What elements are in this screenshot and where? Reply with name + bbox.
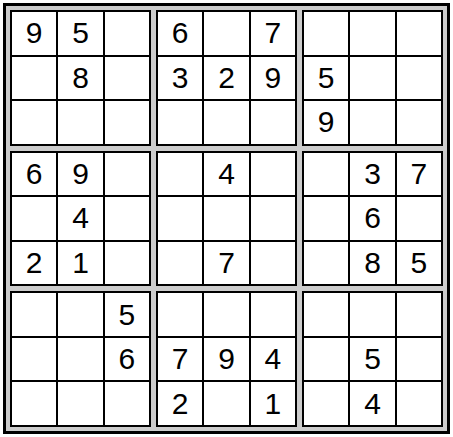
cell-r8c4[interactable]: 7 (158, 338, 202, 381)
cell-value: 5 (364, 344, 381, 374)
cell-r4c1[interactable]: 6 (12, 153, 56, 196)
cell-r6c2[interactable]: 1 (58, 242, 102, 285)
cell-r2c3[interactable] (105, 57, 149, 100)
cell-r7c7[interactable] (304, 293, 348, 336)
cell-r6c3[interactable] (105, 242, 149, 285)
cell-r6c5[interactable]: 7 (204, 242, 248, 285)
cell-value: 9 (72, 159, 89, 189)
cell-r5c3[interactable] (105, 197, 149, 240)
cell-r4c5[interactable]: 4 (204, 153, 248, 196)
cell-value: 4 (218, 159, 235, 189)
box-7: 56 (10, 291, 151, 427)
cell-r1c8[interactable] (350, 12, 394, 55)
cell-r6c9[interactable]: 5 (397, 242, 441, 285)
cell-r3c5[interactable] (204, 101, 248, 144)
cell-value: 4 (264, 344, 281, 374)
cell-value: 5 (318, 63, 335, 93)
cell-r4c3[interactable] (105, 153, 149, 196)
cell-r1c2[interactable]: 5 (58, 12, 102, 55)
cell-r1c9[interactable] (397, 12, 441, 55)
cell-r2c6[interactable]: 9 (251, 57, 295, 100)
cell-value: 6 (26, 159, 43, 189)
cell-r3c1[interactable] (12, 101, 56, 144)
cell-r3c3[interactable] (105, 101, 149, 144)
cell-value: 6 (172, 18, 189, 48)
cell-r2c1[interactable] (12, 57, 56, 100)
cell-r7c5[interactable] (204, 293, 248, 336)
cell-r2c2[interactable]: 8 (58, 57, 102, 100)
cell-value: 9 (26, 18, 43, 48)
cell-value: 5 (72, 18, 89, 48)
cell-r5c5[interactable] (204, 197, 248, 240)
cell-r6c8[interactable]: 8 (350, 242, 394, 285)
cell-value: 4 (364, 389, 381, 419)
cell-r9c3[interactable] (105, 382, 149, 425)
cell-r7c1[interactable] (12, 293, 56, 336)
cell-r4c2[interactable]: 9 (58, 153, 102, 196)
cell-r5c7[interactable] (304, 197, 348, 240)
box-8: 79421 (156, 291, 297, 427)
cell-value: 7 (218, 248, 235, 278)
cell-value: 2 (172, 389, 189, 419)
cell-r7c2[interactable] (58, 293, 102, 336)
cell-r9c8[interactable]: 4 (350, 382, 394, 425)
cell-r5c1[interactable] (12, 197, 56, 240)
cell-value: 3 (364, 159, 381, 189)
cell-r1c4[interactable]: 6 (158, 12, 202, 55)
cell-r9c6[interactable]: 1 (251, 382, 295, 425)
box-2: 67329 (156, 10, 297, 146)
cell-r2c9[interactable] (397, 57, 441, 100)
box-1: 958 (10, 10, 151, 146)
box-6: 37685 (302, 151, 443, 287)
cell-r7c9[interactable] (397, 293, 441, 336)
cell-value: 7 (172, 344, 189, 374)
cell-r2c8[interactable] (350, 57, 394, 100)
box-9: 54 (302, 291, 443, 427)
cell-r5c6[interactable] (251, 197, 295, 240)
cell-r5c4[interactable] (158, 197, 202, 240)
cell-r2c5[interactable]: 2 (204, 57, 248, 100)
cell-r9c1[interactable] (12, 382, 56, 425)
cell-value: 5 (118, 300, 135, 330)
cell-r1c7[interactable] (304, 12, 348, 55)
cell-value: 9 (318, 107, 335, 137)
cell-value: 7 (410, 159, 427, 189)
cell-r9c9[interactable] (397, 382, 441, 425)
cell-value: 2 (218, 63, 235, 93)
cell-value: 2 (26, 248, 43, 278)
cell-r3c6[interactable] (251, 101, 295, 144)
cell-r9c4[interactable]: 2 (158, 382, 202, 425)
cell-r1c5[interactable] (204, 12, 248, 55)
box-3: 59 (302, 10, 443, 146)
cell-r7c4[interactable] (158, 293, 202, 336)
cell-r2c7[interactable]: 5 (304, 57, 348, 100)
cell-r8c6[interactable]: 4 (251, 338, 295, 381)
cell-r8c3[interactable]: 6 (105, 338, 149, 381)
cell-r1c3[interactable] (105, 12, 149, 55)
cell-r4c9[interactable]: 7 (397, 153, 441, 196)
cell-r2c4[interactable]: 3 (158, 57, 202, 100)
cell-value: 9 (264, 63, 281, 93)
cell-value: 6 (118, 344, 135, 374)
cell-r6c4[interactable] (158, 242, 202, 285)
cell-r7c8[interactable] (350, 293, 394, 336)
cell-r4c7[interactable] (304, 153, 348, 196)
cell-r3c4[interactable] (158, 101, 202, 144)
cell-value: 6 (364, 203, 381, 233)
cell-r6c1[interactable]: 2 (12, 242, 56, 285)
cell-r4c8[interactable]: 3 (350, 153, 394, 196)
cell-r4c4[interactable] (158, 153, 202, 196)
cell-value: 8 (364, 248, 381, 278)
cell-r7c6[interactable] (251, 293, 295, 336)
cell-r1c1[interactable]: 9 (12, 12, 56, 55)
cell-r9c7[interactable] (304, 382, 348, 425)
cell-value: 4 (72, 203, 89, 233)
cell-r9c5[interactable] (204, 382, 248, 425)
cell-value: 8 (72, 63, 89, 93)
cell-r8c7[interactable] (304, 338, 348, 381)
cell-r3c8[interactable] (350, 101, 394, 144)
cell-r8c5[interactable]: 9 (204, 338, 248, 381)
cell-r3c7[interactable]: 9 (304, 101, 348, 144)
cell-value: 1 (72, 248, 89, 278)
cell-r5c9[interactable] (397, 197, 441, 240)
box-5: 47 (156, 151, 297, 287)
cell-r6c6[interactable] (251, 242, 295, 285)
cell-value: 3 (172, 63, 189, 93)
box-4: 69421 (10, 151, 151, 287)
cell-r8c1[interactable] (12, 338, 56, 381)
sudoku-board: 9586732959694214737685567942154 (3, 3, 450, 434)
cell-r3c2[interactable] (58, 101, 102, 144)
cell-r8c9[interactable] (397, 338, 441, 381)
cell-r7c3[interactable]: 5 (105, 293, 149, 336)
cell-value: 9 (218, 344, 235, 374)
cell-r9c2[interactable] (58, 382, 102, 425)
cell-r4c6[interactable] (251, 153, 295, 196)
cell-value: 1 (264, 389, 281, 419)
cell-value: 5 (410, 248, 427, 278)
cell-r5c2[interactable]: 4 (58, 197, 102, 240)
cell-value: 7 (264, 18, 281, 48)
cell-r1c6[interactable]: 7 (251, 12, 295, 55)
cell-r6c7[interactable] (304, 242, 348, 285)
cell-r3c9[interactable] (397, 101, 441, 144)
cell-r8c8[interactable]: 5 (350, 338, 394, 381)
cell-r8c2[interactable] (58, 338, 102, 381)
cell-r5c8[interactable]: 6 (350, 197, 394, 240)
